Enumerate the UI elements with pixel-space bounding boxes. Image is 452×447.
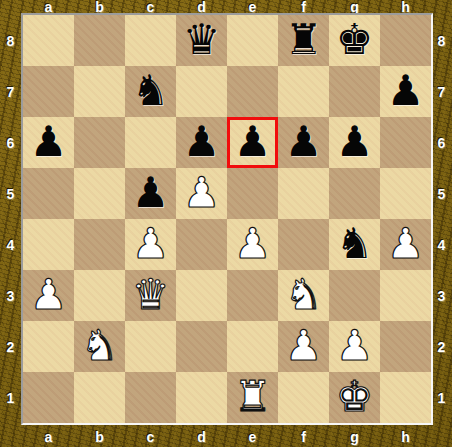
white-pawn[interactable]: ♟ bbox=[30, 274, 68, 316]
square-e7[interactable] bbox=[227, 66, 278, 117]
rank-labels-left: 87654321 bbox=[0, 15, 21, 423]
square-h5[interactable] bbox=[380, 168, 431, 219]
square-h6[interactable] bbox=[380, 117, 431, 168]
square-e4[interactable]: ♟ bbox=[227, 219, 278, 270]
square-g5[interactable] bbox=[329, 168, 380, 219]
file-label-e: e bbox=[227, 427, 278, 447]
rank-label-5: 5 bbox=[0, 168, 21, 219]
white-king[interactable]: ♚ bbox=[336, 376, 374, 418]
square-d2[interactable] bbox=[176, 321, 227, 372]
square-c7[interactable]: ♞ bbox=[125, 66, 176, 117]
square-g1[interactable]: ♚ bbox=[329, 372, 380, 423]
square-c3[interactable]: ♛ bbox=[125, 270, 176, 321]
square-d8[interactable]: ♛ bbox=[176, 15, 227, 66]
rank-labels-right: 87654321 bbox=[431, 15, 452, 423]
black-pawn[interactable]: ♟ bbox=[132, 172, 170, 214]
square-f2[interactable]: ♟ bbox=[278, 321, 329, 372]
file-label-h: h bbox=[380, 0, 431, 14]
file-label-a: a bbox=[23, 0, 74, 14]
square-g6[interactable]: ♟ bbox=[329, 117, 380, 168]
rank-label-6: 6 bbox=[0, 117, 21, 168]
file-labels-top: abcdefgh bbox=[23, 0, 431, 14]
square-f7[interactable] bbox=[278, 66, 329, 117]
square-b7[interactable] bbox=[74, 66, 125, 117]
square-h8[interactable] bbox=[380, 15, 431, 66]
rank-label-4: 4 bbox=[0, 219, 21, 270]
square-a2[interactable] bbox=[23, 321, 74, 372]
square-e8[interactable] bbox=[227, 15, 278, 66]
file-labels-bottom: abcdefgh bbox=[23, 427, 431, 447]
rank-label-8: 8 bbox=[431, 15, 452, 66]
white-rook[interactable]: ♜ bbox=[234, 376, 272, 418]
square-a7[interactable] bbox=[23, 66, 74, 117]
file-label-d: d bbox=[176, 0, 227, 14]
white-pawn[interactable]: ♟ bbox=[132, 223, 170, 265]
square-b3[interactable] bbox=[74, 270, 125, 321]
white-knight[interactable]: ♞ bbox=[285, 274, 323, 316]
square-d4[interactable] bbox=[176, 219, 227, 270]
rank-label-2: 2 bbox=[431, 321, 452, 372]
square-a6[interactable]: ♟ bbox=[23, 117, 74, 168]
square-f3[interactable]: ♞ bbox=[278, 270, 329, 321]
square-e3[interactable] bbox=[227, 270, 278, 321]
file-label-b: b bbox=[74, 0, 125, 14]
chess-app-window: abcdefgh 87654321 87654321 abcdefgh ♛♜♚♞… bbox=[0, 0, 452, 447]
black-pawn[interactable]: ♟ bbox=[183, 121, 221, 163]
black-pawn[interactable]: ♟ bbox=[336, 121, 374, 163]
white-queen[interactable]: ♛ bbox=[132, 274, 170, 316]
file-label-e: e bbox=[227, 0, 278, 14]
square-d7[interactable] bbox=[176, 66, 227, 117]
square-b1[interactable] bbox=[74, 372, 125, 423]
square-e6[interactable]: ♟ bbox=[227, 117, 278, 168]
white-pawn[interactable]: ♟ bbox=[336, 325, 374, 367]
file-label-c: c bbox=[125, 427, 176, 447]
white-knight[interactable]: ♞ bbox=[81, 325, 119, 367]
square-e1[interactable]: ♜ bbox=[227, 372, 278, 423]
square-e2[interactable] bbox=[227, 321, 278, 372]
square-b5[interactable] bbox=[74, 168, 125, 219]
rank-label-6: 6 bbox=[431, 117, 452, 168]
black-pawn[interactable]: ♟ bbox=[387, 70, 425, 112]
square-g2[interactable]: ♟ bbox=[329, 321, 380, 372]
square-a1[interactable] bbox=[23, 372, 74, 423]
square-h3[interactable] bbox=[380, 270, 431, 321]
square-b4[interactable] bbox=[74, 219, 125, 270]
square-b2[interactable]: ♞ bbox=[74, 321, 125, 372]
rank-label-7: 7 bbox=[431, 66, 452, 117]
white-pawn[interactable]: ♟ bbox=[285, 325, 323, 367]
file-label-d: d bbox=[176, 427, 227, 447]
white-pawn[interactable]: ♟ bbox=[387, 223, 425, 265]
square-g4[interactable]: ♞ bbox=[329, 219, 380, 270]
square-h4[interactable]: ♟ bbox=[380, 219, 431, 270]
square-c8[interactable] bbox=[125, 15, 176, 66]
rank-label-8: 8 bbox=[0, 15, 21, 66]
rank-label-1: 1 bbox=[431, 372, 452, 423]
rank-label-1: 1 bbox=[0, 372, 21, 423]
square-h7[interactable]: ♟ bbox=[380, 66, 431, 117]
square-a8[interactable] bbox=[23, 15, 74, 66]
rank-label-5: 5 bbox=[431, 168, 452, 219]
file-label-f: f bbox=[278, 0, 329, 14]
file-label-h: h bbox=[380, 427, 431, 447]
rank-label-2: 2 bbox=[0, 321, 21, 372]
file-label-f: f bbox=[278, 427, 329, 447]
black-pawn[interactable]: ♟ bbox=[30, 121, 68, 163]
square-a3[interactable]: ♟ bbox=[23, 270, 74, 321]
square-g7[interactable] bbox=[329, 66, 380, 117]
square-f1[interactable] bbox=[278, 372, 329, 423]
white-pawn[interactable]: ♟ bbox=[234, 223, 272, 265]
square-d5[interactable]: ♟ bbox=[176, 168, 227, 219]
black-knight[interactable]: ♞ bbox=[336, 223, 374, 265]
square-h1[interactable] bbox=[380, 372, 431, 423]
square-f6[interactable]: ♟ bbox=[278, 117, 329, 168]
square-c1[interactable] bbox=[125, 372, 176, 423]
rank-label-3: 3 bbox=[0, 270, 21, 321]
black-queen[interactable]: ♛ bbox=[183, 19, 221, 61]
square-f5[interactable] bbox=[278, 168, 329, 219]
black-king[interactable]: ♚ bbox=[336, 19, 374, 61]
square-c4[interactable]: ♟ bbox=[125, 219, 176, 270]
square-c2[interactable] bbox=[125, 321, 176, 372]
chess-board: ♛♜♚♞♟♟♟♟♟♟♟♟♟♟♞♟♟♛♞♞♟♟♜♚ bbox=[21, 13, 433, 425]
square-c6[interactable] bbox=[125, 117, 176, 168]
file-label-b: b bbox=[74, 427, 125, 447]
square-c5[interactable]: ♟ bbox=[125, 168, 176, 219]
square-d1[interactable] bbox=[176, 372, 227, 423]
square-d6[interactable]: ♟ bbox=[176, 117, 227, 168]
file-label-a: a bbox=[23, 427, 74, 447]
square-e5[interactable] bbox=[227, 168, 278, 219]
rank-label-3: 3 bbox=[431, 270, 452, 321]
square-a4[interactable] bbox=[23, 219, 74, 270]
square-g8[interactable]: ♚ bbox=[329, 15, 380, 66]
square-h2[interactable] bbox=[380, 321, 431, 372]
black-rook[interactable]: ♜ bbox=[285, 19, 323, 61]
file-label-g: g bbox=[329, 427, 380, 447]
rank-label-4: 4 bbox=[431, 219, 452, 270]
square-b8[interactable] bbox=[74, 15, 125, 66]
square-b6[interactable] bbox=[74, 117, 125, 168]
rank-label-7: 7 bbox=[0, 66, 21, 117]
black-pawn[interactable]: ♟ bbox=[234, 121, 272, 163]
black-knight[interactable]: ♞ bbox=[132, 70, 170, 112]
square-a5[interactable] bbox=[23, 168, 74, 219]
file-label-c: c bbox=[125, 0, 176, 14]
file-label-g: g bbox=[329, 0, 380, 14]
white-pawn[interactable]: ♟ bbox=[183, 172, 221, 214]
black-pawn[interactable]: ♟ bbox=[285, 121, 323, 163]
square-f4[interactable] bbox=[278, 219, 329, 270]
square-d3[interactable] bbox=[176, 270, 227, 321]
square-f8[interactable]: ♜ bbox=[278, 15, 329, 66]
square-g3[interactable] bbox=[329, 270, 380, 321]
